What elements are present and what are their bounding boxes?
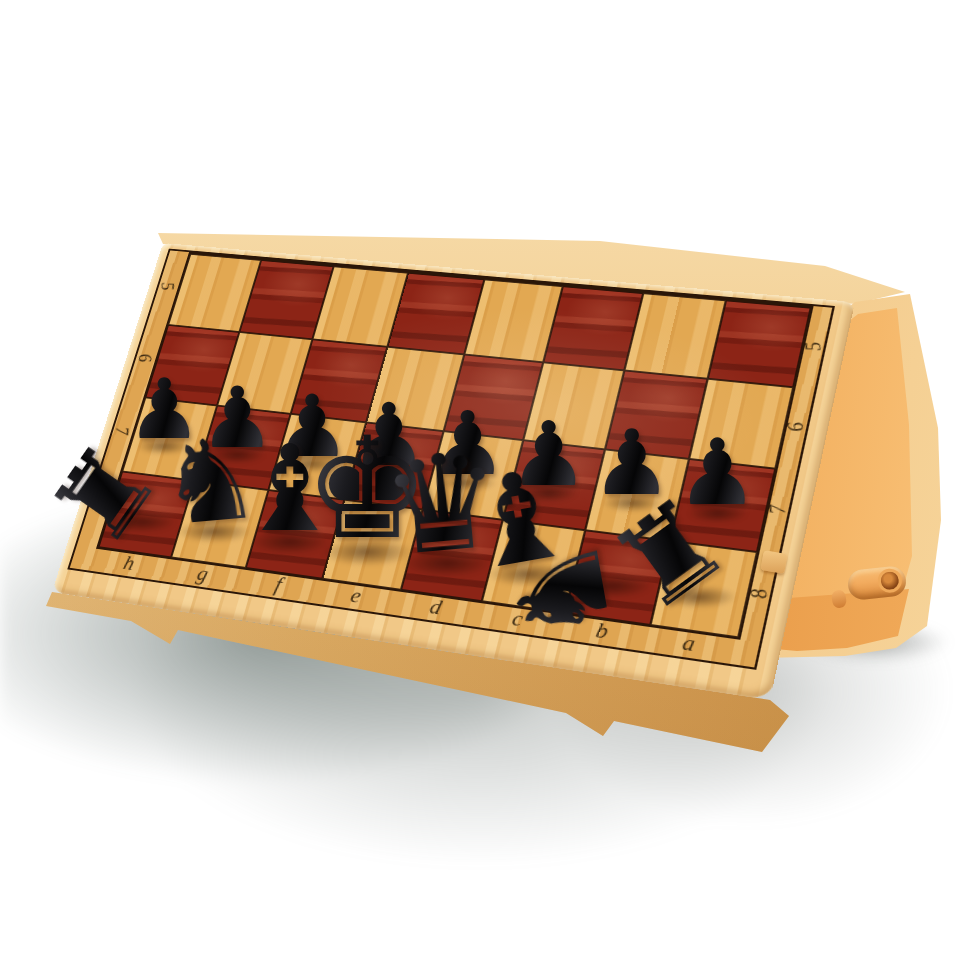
rank-label-left-8: 8 (76, 494, 122, 517)
rank-label-left-7: 7 (99, 420, 144, 443)
rank-label-left-6: 6 (123, 347, 168, 370)
rank-label-right-8: 8 (732, 581, 787, 606)
rank-label-right-6: 6 (769, 414, 823, 439)
rank-label-right-5: 5 (787, 334, 840, 359)
product-photo-stage: hgfedcba55667788 ♟♟♟♟♟♟♟♟♜♞♝♚♛♝♞♜ (0, 0, 960, 960)
hinge-hole (877, 567, 903, 593)
rank-label-right-7: 7 (751, 497, 805, 522)
clasp-tab (760, 550, 787, 574)
